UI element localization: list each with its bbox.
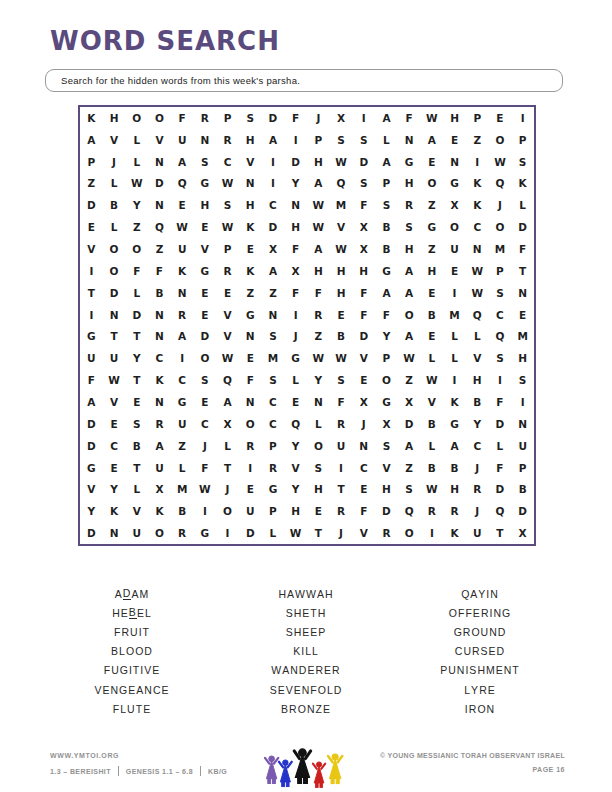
- grid-cell: T: [80, 282, 103, 304]
- grid-cell: R: [443, 500, 466, 522]
- grid-cell: T: [125, 369, 148, 391]
- grid-cell: B: [125, 435, 148, 457]
- grid-cell: R: [216, 129, 239, 151]
- grid-cell: E: [511, 304, 534, 326]
- grid-cell: S: [330, 369, 353, 391]
- grid-cell: C: [466, 435, 489, 457]
- grid-cell: N: [171, 282, 194, 304]
- grid-cell: W: [307, 194, 330, 216]
- grid-cell: W: [421, 478, 444, 500]
- grid-cell: W: [307, 347, 330, 369]
- word-item: CURSED: [455, 642, 505, 661]
- grid-cell: I: [330, 457, 353, 479]
- grid-cell: H: [103, 107, 126, 129]
- grid-cell: A: [148, 435, 171, 457]
- grid-cell: R: [307, 304, 330, 326]
- grid-cell: D: [262, 216, 285, 238]
- instruction-text: Search for the hidden words from this we…: [61, 75, 300, 86]
- grid-cell: L: [375, 129, 398, 151]
- grid-cell: H: [284, 500, 307, 522]
- grid-cell: H: [330, 282, 353, 304]
- grid-cell: B: [421, 413, 444, 435]
- grid-cell: L: [125, 151, 148, 173]
- grid-cell: T: [103, 326, 126, 348]
- footer-verses: GENESIS 1.1 – 6.8: [126, 768, 193, 775]
- grid-cell: W: [398, 347, 421, 369]
- grid-cell: D: [80, 413, 103, 435]
- word-item: GROUND: [454, 622, 507, 641]
- grid-cell: P: [489, 260, 512, 282]
- grid-cell: Y: [284, 435, 307, 457]
- grid-cell: I: [171, 347, 194, 369]
- grid-cell: O: [307, 435, 330, 457]
- grid-cell: S: [194, 151, 217, 173]
- word-item: SHEEP: [286, 622, 327, 641]
- grid-cell: S: [125, 413, 148, 435]
- grid-cell: O: [103, 238, 126, 260]
- grid-cell: B: [148, 282, 171, 304]
- grid-cell: V: [148, 129, 171, 151]
- grid-cell: V: [352, 347, 375, 369]
- grid-cell: L: [421, 435, 444, 457]
- word-item: WANDERER: [271, 661, 340, 680]
- grid-cell: U: [125, 522, 148, 544]
- grid-cell: K: [80, 107, 103, 129]
- grid-cell: I: [284, 129, 307, 151]
- grid-cell: I: [194, 500, 217, 522]
- grid-cell: V: [194, 238, 217, 260]
- grid-cell: P: [466, 107, 489, 129]
- grid-cell: Z: [466, 129, 489, 151]
- grid-cell: T: [125, 326, 148, 348]
- grid-cell: W: [307, 216, 330, 238]
- word-item: OFFERING: [449, 603, 511, 622]
- grid-cell: L: [489, 435, 512, 457]
- grid-cell: A: [443, 435, 466, 457]
- grid-cell: P: [307, 129, 330, 151]
- word-item: PUNISHMENT: [440, 661, 520, 680]
- grid-cell: J: [489, 194, 512, 216]
- word-item: LYRE: [464, 680, 495, 699]
- grid-cell: L: [103, 173, 126, 195]
- grid-cell: F: [125, 260, 148, 282]
- grid-cell: E: [307, 500, 330, 522]
- grid-cell: F: [284, 282, 307, 304]
- grid-cell: S: [307, 457, 330, 479]
- grid-cell: M: [330, 194, 353, 216]
- grid-cell: R: [466, 478, 489, 500]
- grid-cell: S: [511, 369, 534, 391]
- grid-cell: F: [80, 369, 103, 391]
- grid-cell: X: [262, 238, 285, 260]
- grid-cell: O: [398, 522, 421, 544]
- grid-cell: D: [398, 413, 421, 435]
- grid-cell: W: [489, 151, 512, 173]
- grid-cell: S: [330, 129, 353, 151]
- grid-cell: U: [330, 435, 353, 457]
- grid-cell: X: [443, 194, 466, 216]
- grid-cell: U: [148, 457, 171, 479]
- grid-cell: N: [239, 391, 262, 413]
- grid-cell: W: [466, 260, 489, 282]
- grid-cell: Z: [307, 326, 330, 348]
- grid-cell: A: [262, 260, 285, 282]
- grid-cell: A: [398, 435, 421, 457]
- grid-cell: G: [262, 478, 285, 500]
- grid-cell: I: [511, 107, 534, 129]
- grid-cell: J: [103, 151, 126, 173]
- grid-cell: Q: [148, 216, 171, 238]
- grid-cell: D: [103, 282, 126, 304]
- grid-cell: F: [352, 282, 375, 304]
- grid-cell: A: [375, 282, 398, 304]
- word-item: BRONZE: [281, 699, 331, 718]
- grid-cell: K: [171, 260, 194, 282]
- word-item: QAYIN: [461, 584, 499, 603]
- word-item: FUGITIVE: [104, 661, 160, 680]
- grid-cell: V: [284, 457, 307, 479]
- grid-cell: D: [80, 194, 103, 216]
- grid-cell: N: [148, 194, 171, 216]
- footer-copyright: © YOUNG MESSIANIC TORAH OBSERVANT ISRAEL: [380, 752, 565, 759]
- grid-cell: E: [216, 282, 239, 304]
- grid-cell: E: [443, 260, 466, 282]
- grid-cell: W: [216, 216, 239, 238]
- grid-cell: W: [421, 107, 444, 129]
- grid-cell: K: [148, 369, 171, 391]
- grid-cell: G: [284, 347, 307, 369]
- grid-cell: L: [171, 457, 194, 479]
- grid-cell: E: [330, 304, 353, 326]
- grid-cell: I: [443, 282, 466, 304]
- word-item: VENGEANCE: [94, 680, 169, 699]
- grid-cell: S: [489, 347, 512, 369]
- grid-cell: K: [443, 391, 466, 413]
- grid-cell: S: [239, 107, 262, 129]
- grid-cell: W: [216, 173, 239, 195]
- grid-cell: N: [466, 238, 489, 260]
- grid-cell: E: [352, 369, 375, 391]
- grid-cell: I: [421, 522, 444, 544]
- grid-cell: Z: [421, 194, 444, 216]
- grid-cell: B: [171, 500, 194, 522]
- grid-cell: R: [239, 435, 262, 457]
- grid-cell: E: [171, 194, 194, 216]
- grid-cell: G: [398, 151, 421, 173]
- grid-cell: W: [330, 238, 353, 260]
- grid-cell: Y: [375, 326, 398, 348]
- grid-cell: C: [103, 435, 126, 457]
- grid-cell: F: [148, 260, 171, 282]
- grid-cell: E: [284, 391, 307, 413]
- word-item: HEBEL: [112, 603, 151, 622]
- grid-cell: L: [443, 347, 466, 369]
- page-title: WORD SEARCH: [50, 26, 280, 56]
- grid-cell: R: [398, 194, 421, 216]
- grid-cell: K: [103, 500, 126, 522]
- grid-cell: A: [398, 282, 421, 304]
- word-item: FLUTE: [113, 699, 151, 718]
- grid-cell: Q: [489, 173, 512, 195]
- grid-cell: T: [216, 457, 239, 479]
- grid-cell: X: [216, 413, 239, 435]
- grid-cell: L: [443, 326, 466, 348]
- grid-cell: C: [148, 347, 171, 369]
- grid-cell: I: [216, 522, 239, 544]
- grid-cell: S: [511, 151, 534, 173]
- footer-meta: 1.3 – BEREISHIT GENESIS 1.1 – 6.8 KB/G: [50, 766, 227, 776]
- grid-cell: F: [284, 107, 307, 129]
- grid-cell: S: [398, 478, 421, 500]
- grid-cell: X: [511, 522, 534, 544]
- footer-right-block: © YOUNG MESSIANIC TORAH OBSERVANT ISRAEL…: [380, 752, 565, 773]
- footer-code: KB/G: [208, 768, 227, 775]
- grid-cell: R: [262, 457, 285, 479]
- grid-cell: D: [511, 216, 534, 238]
- grid-cell: V: [239, 151, 262, 173]
- word-item: SHETH: [286, 603, 327, 622]
- grid-cell: N: [103, 304, 126, 326]
- grid-cell: O: [216, 500, 239, 522]
- grid-cell: G: [239, 304, 262, 326]
- grid-cell: W: [330, 151, 353, 173]
- grid-cell: O: [443, 216, 466, 238]
- grid-cell: M: [443, 304, 466, 326]
- grid-cell: P: [511, 129, 534, 151]
- grid-cell: L: [307, 413, 330, 435]
- grid-cell: R: [330, 500, 353, 522]
- grid-cell: U: [171, 129, 194, 151]
- grid-cell: O: [398, 304, 421, 326]
- grid-cell: Q: [398, 500, 421, 522]
- page-footer: WWW.YMTOI.ORG 1.3 – BEREISHIT GENESIS 1.…: [0, 746, 612, 792]
- grid-cell: N: [239, 173, 262, 195]
- grid-cell: W: [216, 347, 239, 369]
- grid-cell: S: [398, 216, 421, 238]
- grid-cell: Q: [284, 413, 307, 435]
- grid-cell: V: [421, 391, 444, 413]
- grid-cell: J: [216, 478, 239, 500]
- grid-cell: I: [443, 369, 466, 391]
- grid-cell: T: [489, 522, 512, 544]
- grid-cell: J: [307, 107, 330, 129]
- grid-cell: I: [80, 260, 103, 282]
- grid-cell: D: [148, 173, 171, 195]
- grid-cell: D: [125, 304, 148, 326]
- grid-cell: W: [466, 282, 489, 304]
- footer-website: WWW.YMTOI.ORG: [50, 752, 227, 759]
- grid-cell: V: [103, 391, 126, 413]
- grid-cell: Q: [489, 326, 512, 348]
- grid-cell: O: [489, 129, 512, 151]
- grid-cell: D: [239, 522, 262, 544]
- grid-cell: Y: [307, 369, 330, 391]
- grid-cell: F: [171, 107, 194, 129]
- grid-cell: I: [511, 391, 534, 413]
- grid-cell: T: [307, 522, 330, 544]
- grid-cell: B: [511, 478, 534, 500]
- grid-cell: Z: [80, 173, 103, 195]
- grid-cell: H: [398, 238, 421, 260]
- grid-cell: K: [239, 216, 262, 238]
- grid-cell: X: [352, 238, 375, 260]
- grid-cell: H: [421, 260, 444, 282]
- grid-cell: A: [171, 151, 194, 173]
- grid-cell: H: [443, 478, 466, 500]
- grid-cell: L: [421, 347, 444, 369]
- grid-cell: G: [421, 216, 444, 238]
- grid-cell: E: [421, 326, 444, 348]
- grid-cell: D: [489, 413, 512, 435]
- grid-cell: E: [421, 151, 444, 173]
- grid-cell: X: [284, 260, 307, 282]
- grid-cell: F: [194, 457, 217, 479]
- grid-cell: I: [80, 304, 103, 326]
- grid-cell: W: [421, 369, 444, 391]
- grid-cell: R: [171, 522, 194, 544]
- word-list: ADAMHEBELFRUITBLOODFUGITIVEVENGEANCEFLUT…: [45, 584, 567, 718]
- grid-cell: E: [239, 347, 262, 369]
- grid-cell: G: [375, 391, 398, 413]
- grid-cell: F: [352, 194, 375, 216]
- grid-cell: K: [466, 194, 489, 216]
- grid-cell: C: [489, 304, 512, 326]
- grid-cell: Z: [148, 238, 171, 260]
- grid-cell: O: [194, 347, 217, 369]
- grid-cell: U: [103, 347, 126, 369]
- grid-cell: N: [398, 129, 421, 151]
- grid-cell: E: [194, 304, 217, 326]
- grid-cell: H: [239, 194, 262, 216]
- grid-cell: C: [262, 413, 285, 435]
- grid-cell: L: [284, 369, 307, 391]
- grid-cell: A: [80, 391, 103, 413]
- grid-cell: K: [148, 500, 171, 522]
- grid-cell: P: [375, 347, 398, 369]
- grid-cell: X: [148, 478, 171, 500]
- grid-cell: G: [194, 522, 217, 544]
- grid-cell: B: [443, 457, 466, 479]
- grid-cell: B: [421, 457, 444, 479]
- grid-cell: Z: [171, 435, 194, 457]
- grid-cell: W: [284, 522, 307, 544]
- grid-cell: U: [171, 238, 194, 260]
- grid-cell: O: [489, 216, 512, 238]
- grid-cell: G: [80, 326, 103, 348]
- grid-cell: R: [194, 107, 217, 129]
- grid-cell: P: [375, 173, 398, 195]
- grid-cell: O: [239, 413, 262, 435]
- grid-cell: A: [421, 129, 444, 151]
- grid-cell: B: [103, 194, 126, 216]
- grid-cell: D: [511, 500, 534, 522]
- word-column-1: ADAMHEBELFRUITBLOODFUGITIVEVENGEANCEFLUT…: [45, 584, 219, 718]
- grid-cell: L: [125, 129, 148, 151]
- grid-cell: O: [421, 173, 444, 195]
- grid-cell: O: [148, 107, 171, 129]
- grid-cell: J: [284, 326, 307, 348]
- grid-cell: C: [194, 413, 217, 435]
- grid-cell: O: [125, 107, 148, 129]
- grid-cell: A: [307, 173, 330, 195]
- grid-cell: N: [511, 282, 534, 304]
- grid-cell: R: [375, 522, 398, 544]
- grid-cell: I: [489, 369, 512, 391]
- grid-cell: Y: [284, 173, 307, 195]
- grid-cell: J: [466, 457, 489, 479]
- grid-cell: G: [171, 391, 194, 413]
- grid-cell: V: [352, 522, 375, 544]
- grid-cell: H: [284, 216, 307, 238]
- grid-cell: D: [80, 522, 103, 544]
- grid-cell: G: [375, 260, 398, 282]
- footer-page-number: PAGE 16: [380, 766, 565, 773]
- grid-cell: B: [330, 326, 353, 348]
- grid-cell: O: [148, 522, 171, 544]
- grid-cell: I: [262, 173, 285, 195]
- footer-divider: [118, 766, 119, 776]
- grid-cell: D: [80, 435, 103, 457]
- grid-cell: V: [125, 500, 148, 522]
- grid-cell: A: [262, 129, 285, 151]
- grid-cell: X: [375, 413, 398, 435]
- grid-cell: N: [148, 304, 171, 326]
- grid-cell: H: [511, 347, 534, 369]
- grid-cell: T: [511, 260, 534, 282]
- grid-cell: F: [352, 500, 375, 522]
- grid-cell: N: [148, 151, 171, 173]
- grid-cell: U: [80, 347, 103, 369]
- grid-cell: N: [148, 326, 171, 348]
- grid-cell: Q: [171, 173, 194, 195]
- grid-cell: N: [443, 151, 466, 173]
- word-item: ADAM: [115, 584, 149, 603]
- grid-cell: U: [171, 413, 194, 435]
- grid-cell: H: [443, 107, 466, 129]
- word-item: KILL: [293, 642, 319, 661]
- grid-cell: M: [171, 478, 194, 500]
- grid-cell: V: [103, 129, 126, 151]
- word-item: FRUIT: [114, 622, 150, 641]
- worksheet-page: WORD SEARCH Search for the hidden words …: [0, 0, 612, 792]
- grid-cell: U: [466, 522, 489, 544]
- grid-cell: Y: [125, 347, 148, 369]
- grid-cell: Y: [80, 500, 103, 522]
- grid-cell: Y: [284, 478, 307, 500]
- grid-cell: E: [80, 216, 103, 238]
- grid-cell: A: [171, 326, 194, 348]
- word-item: IRON: [465, 699, 495, 718]
- grid-cell: Z: [421, 238, 444, 260]
- grid-cell: A: [216, 391, 239, 413]
- grid-cell: S: [216, 194, 239, 216]
- grid-cell: E: [239, 238, 262, 260]
- grid-cell: P: [511, 457, 534, 479]
- grid-cell: K: [443, 522, 466, 544]
- grid-cell: A: [307, 238, 330, 260]
- grid-cell: S: [375, 435, 398, 457]
- grid-cell: D: [352, 326, 375, 348]
- grid-cell: E: [125, 391, 148, 413]
- grid-cell: Q: [330, 173, 353, 195]
- grid-cell: R: [216, 260, 239, 282]
- instruction-box: Search for the hidden words from this we…: [45, 69, 563, 92]
- grid-cell: W: [194, 478, 217, 500]
- grid-cell: E: [194, 282, 217, 304]
- grid-cell: A: [80, 129, 103, 151]
- grid-cell: V: [466, 347, 489, 369]
- grid-cell: H: [307, 260, 330, 282]
